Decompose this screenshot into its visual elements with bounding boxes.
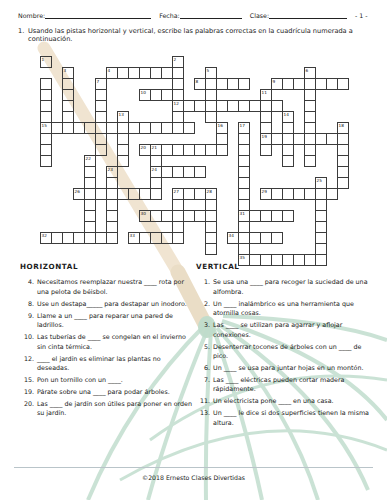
- cell-number: 10: [141, 90, 146, 95]
- grid-cell[interactable]: [172, 232, 184, 244]
- name-label: Nombre:: [18, 12, 45, 19]
- clue-text: Pon un tornillo con un ____.: [37, 375, 192, 384]
- clue-number: 6.: [196, 363, 213, 372]
- grid-cell[interactable]: 1: [40, 56, 52, 68]
- clue-text: Desenterrar tocones de árboles con un __…: [213, 342, 378, 361]
- grid-cell[interactable]: [304, 155, 316, 167]
- cell-number: 29: [262, 189, 267, 194]
- cell-number: 19: [262, 134, 267, 139]
- cell-number: 1: [42, 57, 45, 62]
- clue-number: 11.: [196, 396, 213, 405]
- cell-number: 14: [284, 112, 289, 117]
- clue-item: 8.Use un destapa_____ para destapar un i…: [20, 299, 192, 308]
- footer-divider: [14, 467, 373, 468]
- grid-cell[interactable]: [282, 155, 294, 167]
- grid-cell[interactable]: [40, 155, 52, 167]
- grid-cell[interactable]: [238, 78, 250, 90]
- clue-number: 15.: [20, 375, 37, 384]
- clue-item: 11.Un electricista pone ____ en una casa…: [196, 396, 378, 405]
- cell-number: 26: [75, 189, 80, 194]
- cell-number: 25: [317, 178, 322, 183]
- instruction-block: 1. Usando las pistas horizontal y vertic…: [18, 27, 374, 44]
- clue-item: 12.____ el jardín es eliminar las planta…: [20, 354, 192, 373]
- clue-item: 9.Llame a un ____ para reparar una pared…: [20, 311, 192, 330]
- grid-cell[interactable]: [216, 144, 228, 156]
- date-blank-line[interactable]: [180, 12, 242, 19]
- cell-number: 33: [130, 233, 135, 238]
- class-blank-line[interactable]: [269, 12, 347, 19]
- grid-cell[interactable]: [337, 177, 349, 189]
- cell-number: 23: [108, 167, 113, 172]
- clue-item: 3.Las ____ se utilizan para agarrar y af…: [196, 320, 378, 339]
- clue-text: Un ____ se usa para juntar hojas en un m…: [213, 363, 378, 372]
- cell-number: 13: [119, 112, 124, 117]
- name-blank-line[interactable]: [45, 12, 151, 19]
- clue-text: ____ el jardín es eliminar las plantas n…: [37, 354, 192, 373]
- clue-item: 1.Se usa una ____ para recoger la sucied…: [196, 277, 378, 296]
- cell-number: 24: [152, 167, 157, 172]
- cell-number: 17: [240, 123, 245, 128]
- clue-item: 10.Las tuberías de ____ se congelan en e…: [20, 332, 192, 351]
- clue-text: Un electricista pone ____ en una casa.: [213, 396, 378, 405]
- horizontal-clue-list: 4.Necesitamos reemplazar nuestra ____ ro…: [20, 277, 192, 417]
- clue-item: 5.Desenterrar tocones de árboles con un …: [196, 342, 378, 361]
- clue-text: Párate sobre una ____ para podar árboles…: [37, 387, 192, 396]
- cell-number: 34: [229, 233, 234, 238]
- cell-number: 8: [196, 79, 199, 84]
- clue-text: Las ____ se utilizan para agarrar y aflo…: [213, 320, 378, 339]
- clue-text: Un ____ le dice si dos superficies tiene…: [213, 408, 378, 427]
- cell-number: 3: [64, 68, 67, 73]
- cell-number: 6: [306, 68, 309, 73]
- grid-cell[interactable]: [282, 210, 294, 222]
- cell-number: 22: [86, 156, 91, 161]
- cell-number: 4: [108, 68, 111, 73]
- cell-number: 5: [207, 68, 210, 73]
- clue-number: 8.: [20, 299, 37, 308]
- page-number: - 1 -: [355, 12, 368, 19]
- clue-number: 19.: [20, 387, 37, 396]
- cell-number: 2: [174, 57, 177, 62]
- clue-number: 3.: [196, 320, 213, 339]
- clue-text: Necesitamos reemplazar nuestra ____ rota…: [37, 277, 192, 296]
- cell-number: 32: [42, 233, 47, 238]
- clue-item: 7.Las ____ eléctricas pueden cortar made…: [196, 375, 378, 394]
- class-label: Clase:: [250, 12, 269, 19]
- clue-number: 9.: [20, 311, 37, 330]
- clue-item: 20.Las ____ de jardín son útiles para po…: [20, 399, 192, 418]
- clue-number: 12.: [20, 354, 37, 373]
- cell-number: 9: [273, 79, 276, 84]
- instruction-number: 1.: [18, 27, 28, 44]
- clue-text: Se usa una ____ para recoger la suciedad…: [213, 277, 378, 296]
- vertical-title: VERTICAL: [196, 262, 378, 271]
- cell-number: 11: [262, 90, 267, 95]
- clue-number: 13.: [196, 408, 213, 427]
- grid-cell[interactable]: [205, 243, 217, 255]
- cell-number: 20: [141, 145, 146, 150]
- clue-text: Las ____ de jardín son útiles para poner…: [37, 399, 192, 418]
- cell-number: 16: [218, 123, 223, 128]
- clue-text: Las tuberías de ____ se congelan en el i…: [37, 332, 192, 351]
- clue-item: 15.Pon un tornillo con un ____.: [20, 375, 192, 384]
- clue-item: 2.Un ____ inalámbrico es una herramienta…: [196, 299, 378, 318]
- grid-cell[interactable]: [271, 232, 283, 244]
- grid-cell[interactable]: [106, 232, 118, 244]
- clue-number: 4.: [20, 277, 37, 296]
- cell-number: 21: [152, 145, 157, 150]
- cell-number: 28: [207, 189, 212, 194]
- grid-cell[interactable]: [326, 188, 338, 200]
- clue-item: 6.Un ____ se usa para juntar hojas en un…: [196, 363, 378, 372]
- grid-cell[interactable]: [183, 122, 195, 134]
- crossword-grid: 1234567891011121314151617181920212223242…: [40, 56, 350, 267]
- horizontal-title: HORIZONTAL: [20, 262, 192, 271]
- clue-text: Llame a un ____ para reparar una pared d…: [37, 311, 192, 330]
- instruction-text: Usando las pistas horizontal y vertical,…: [28, 27, 374, 44]
- worksheet-header: Nombre: Fecha: Clase: - 1 -: [18, 12, 370, 19]
- grid-cell[interactable]: [117, 155, 129, 167]
- clue-item: 19.Párate sobre una ____ para podar árbo…: [20, 387, 192, 396]
- copyright-text: ©2018 Ernesto Clases Divertidas: [0, 474, 387, 481]
- cell-number: 18: [339, 123, 344, 128]
- vertical-clues-section: VERTICAL 1.Se usa una ____ para recoger …: [196, 262, 378, 430]
- grid-cell[interactable]: [194, 166, 206, 178]
- clue-number: 20.: [20, 399, 37, 418]
- clue-item: 13.Un ____ le dice si dos superficies ti…: [196, 408, 378, 427]
- cell-number: 12: [174, 101, 179, 106]
- clue-number: 5.: [196, 342, 213, 361]
- horizontal-clues-section: HORIZONTAL 4.Necesitamos reemplazar nues…: [20, 262, 192, 420]
- date-label: Fecha:: [159, 12, 180, 19]
- cell-number: 7: [97, 79, 100, 84]
- grid-cell[interactable]: [150, 188, 162, 200]
- clue-text: Un ____ inalámbrico es una herramienta q…: [213, 299, 378, 318]
- grid-cell[interactable]: [95, 144, 107, 156]
- clue-number: 10.: [20, 332, 37, 351]
- clue-text: Use un destapa_____ para destapar un ino…: [37, 299, 192, 308]
- clue-text: Las ____ eléctricas pueden cortar madera…: [213, 375, 378, 394]
- cell-number: 27: [174, 189, 179, 194]
- cell-number: 35: [240, 255, 245, 260]
- cell-number: 30: [141, 211, 146, 216]
- clue-item: 4.Necesitamos reemplazar nuestra ____ ro…: [20, 277, 192, 296]
- cell-number: 15: [42, 123, 47, 128]
- clue-number: 1.: [196, 277, 213, 296]
- cell-number: 31: [240, 211, 245, 216]
- grid-cell[interactable]: [337, 78, 349, 90]
- vertical-clue-list: 1.Se usa una ____ para recoger la sucied…: [196, 277, 378, 427]
- clue-number: 7.: [196, 375, 213, 394]
- clue-number: 2.: [196, 299, 213, 318]
- grid-cell[interactable]: [260, 144, 272, 156]
